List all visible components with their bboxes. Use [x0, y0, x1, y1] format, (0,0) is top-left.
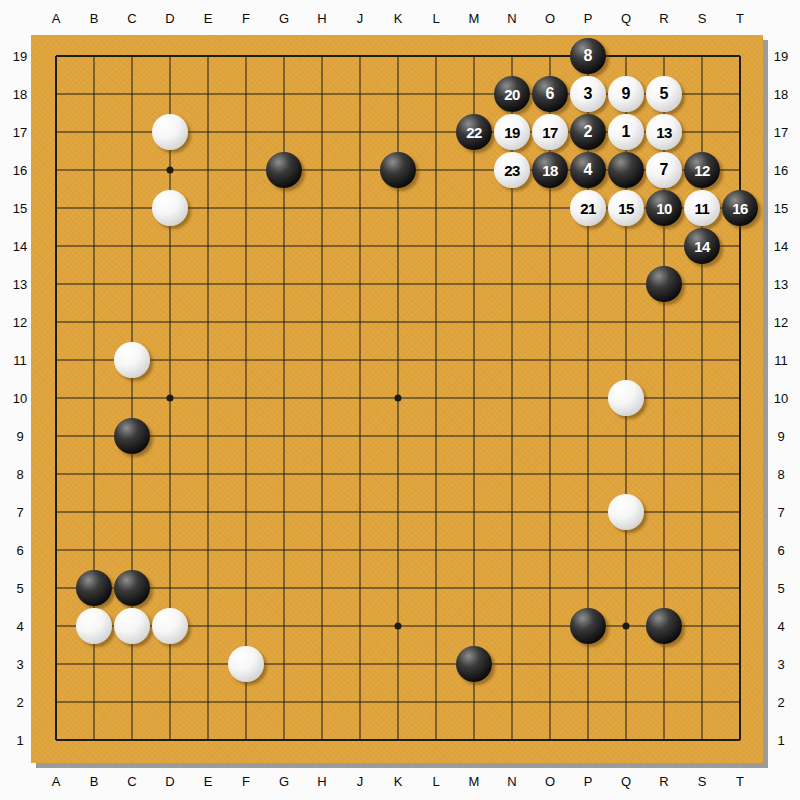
- intersection-M11[interactable]: [455, 341, 493, 379]
- intersection-D18[interactable]: [151, 75, 189, 113]
- intersection-O13[interactable]: [531, 265, 569, 303]
- intersection-B14[interactable]: [75, 227, 113, 265]
- intersection-D7[interactable]: [151, 493, 189, 531]
- intersection-E6[interactable]: [189, 531, 227, 569]
- intersection-R8[interactable]: [645, 455, 683, 493]
- intersection-R10[interactable]: [645, 379, 683, 417]
- intersection-S18[interactable]: [683, 75, 721, 113]
- intersection-S5[interactable]: [683, 569, 721, 607]
- intersection-M2[interactable]: [455, 683, 493, 721]
- intersection-O15[interactable]: [531, 189, 569, 227]
- intersection-B6[interactable]: [75, 531, 113, 569]
- intersection-N6[interactable]: [493, 531, 531, 569]
- intersection-C3[interactable]: [113, 645, 151, 683]
- intersection-N5[interactable]: [493, 569, 531, 607]
- intersection-Q4[interactable]: [607, 607, 645, 645]
- intersection-H13[interactable]: [303, 265, 341, 303]
- intersection-E2[interactable]: [189, 683, 227, 721]
- stone-white-D15[interactable]: [152, 190, 188, 226]
- intersection-G16[interactable]: [265, 151, 303, 189]
- intersection-K15[interactable]: [379, 189, 417, 227]
- intersection-A5[interactable]: [37, 569, 75, 607]
- intersection-E8[interactable]: [189, 455, 227, 493]
- intersection-K4[interactable]: [379, 607, 417, 645]
- intersection-R3[interactable]: [645, 645, 683, 683]
- intersection-G18[interactable]: [265, 75, 303, 113]
- intersection-B19[interactable]: [75, 37, 113, 75]
- intersection-G6[interactable]: [265, 531, 303, 569]
- intersection-N13[interactable]: [493, 265, 531, 303]
- intersection-C4[interactable]: [113, 607, 151, 645]
- intersection-O4[interactable]: [531, 607, 569, 645]
- intersection-E19[interactable]: [189, 37, 227, 75]
- intersection-K11[interactable]: [379, 341, 417, 379]
- intersection-N4[interactable]: [493, 607, 531, 645]
- intersection-Q19[interactable]: [607, 37, 645, 75]
- intersection-R1[interactable]: [645, 721, 683, 759]
- intersection-C19[interactable]: [113, 37, 151, 75]
- intersection-G17[interactable]: [265, 113, 303, 151]
- move-20-stone-black-N18[interactable]: 20: [494, 76, 530, 112]
- stone-black-C9[interactable]: [114, 418, 150, 454]
- intersection-T17[interactable]: [721, 113, 759, 151]
- intersection-J7[interactable]: [341, 493, 379, 531]
- intersection-M4[interactable]: [455, 607, 493, 645]
- intersection-H14[interactable]: [303, 227, 341, 265]
- intersection-J10[interactable]: [341, 379, 379, 417]
- intersection-M7[interactable]: [455, 493, 493, 531]
- intersection-Q3[interactable]: [607, 645, 645, 683]
- intersection-P14[interactable]: [569, 227, 607, 265]
- intersection-D6[interactable]: [151, 531, 189, 569]
- intersection-E9[interactable]: [189, 417, 227, 455]
- intersection-P16[interactable]: 4: [569, 151, 607, 189]
- intersection-N18[interactable]: 20: [493, 75, 531, 113]
- intersection-T1[interactable]: [721, 721, 759, 759]
- intersection-L12[interactable]: [417, 303, 455, 341]
- intersection-B13[interactable]: [75, 265, 113, 303]
- intersection-T8[interactable]: [721, 455, 759, 493]
- intersection-O14[interactable]: [531, 227, 569, 265]
- intersection-L10[interactable]: [417, 379, 455, 417]
- intersection-O12[interactable]: [531, 303, 569, 341]
- move-23-stone-white-N16[interactable]: 23: [494, 152, 530, 188]
- intersection-E16[interactable]: [189, 151, 227, 189]
- intersection-N10[interactable]: [493, 379, 531, 417]
- intersection-E15[interactable]: [189, 189, 227, 227]
- intersection-P11[interactable]: [569, 341, 607, 379]
- stone-black-R4[interactable]: [646, 608, 682, 644]
- intersection-F14[interactable]: [227, 227, 265, 265]
- intersection-G2[interactable]: [265, 683, 303, 721]
- intersection-R11[interactable]: [645, 341, 683, 379]
- intersection-L7[interactable]: [417, 493, 455, 531]
- intersection-D2[interactable]: [151, 683, 189, 721]
- intersection-A13[interactable]: [37, 265, 75, 303]
- intersection-R17[interactable]: 13: [645, 113, 683, 151]
- intersection-G4[interactable]: [265, 607, 303, 645]
- intersection-O7[interactable]: [531, 493, 569, 531]
- intersection-R6[interactable]: [645, 531, 683, 569]
- intersection-N3[interactable]: [493, 645, 531, 683]
- intersection-T15[interactable]: 16: [721, 189, 759, 227]
- intersection-D17[interactable]: [151, 113, 189, 151]
- intersection-Q2[interactable]: [607, 683, 645, 721]
- intersection-B7[interactable]: [75, 493, 113, 531]
- intersection-S10[interactable]: [683, 379, 721, 417]
- intersection-R13[interactable]: [645, 265, 683, 303]
- intersection-P13[interactable]: [569, 265, 607, 303]
- intersection-D14[interactable]: [151, 227, 189, 265]
- intersection-C5[interactable]: [113, 569, 151, 607]
- intersection-P15[interactable]: 21: [569, 189, 607, 227]
- intersection-G9[interactable]: [265, 417, 303, 455]
- intersection-H7[interactable]: [303, 493, 341, 531]
- move-10-stone-black-R15[interactable]: 10: [646, 190, 682, 226]
- move-11-stone-white-S15[interactable]: 11: [684, 190, 720, 226]
- intersection-C15[interactable]: [113, 189, 151, 227]
- move-21-stone-white-P15[interactable]: 21: [570, 190, 606, 226]
- intersection-J14[interactable]: [341, 227, 379, 265]
- intersection-A3[interactable]: [37, 645, 75, 683]
- intersection-G19[interactable]: [265, 37, 303, 75]
- intersection-E14[interactable]: [189, 227, 227, 265]
- intersection-N11[interactable]: [493, 341, 531, 379]
- move-12-stone-black-S16[interactable]: 12: [684, 152, 720, 188]
- intersection-A8[interactable]: [37, 455, 75, 493]
- intersection-F9[interactable]: [227, 417, 265, 455]
- intersection-R16[interactable]: 7: [645, 151, 683, 189]
- intersection-A12[interactable]: [37, 303, 75, 341]
- intersection-C18[interactable]: [113, 75, 151, 113]
- intersection-A4[interactable]: [37, 607, 75, 645]
- stone-white-C11[interactable]: [114, 342, 150, 378]
- intersection-O2[interactable]: [531, 683, 569, 721]
- intersection-B18[interactable]: [75, 75, 113, 113]
- intersection-D10[interactable]: [151, 379, 189, 417]
- intersection-R12[interactable]: [645, 303, 683, 341]
- intersection-D8[interactable]: [151, 455, 189, 493]
- intersection-K10[interactable]: [379, 379, 417, 417]
- move-9-stone-white-Q18[interactable]: 9: [608, 76, 644, 112]
- intersection-D5[interactable]: [151, 569, 189, 607]
- intersection-K18[interactable]: [379, 75, 417, 113]
- intersection-M19[interactable]: [455, 37, 493, 75]
- intersection-F17[interactable]: [227, 113, 265, 151]
- intersection-F19[interactable]: [227, 37, 265, 75]
- intersection-T7[interactable]: [721, 493, 759, 531]
- intersection-D16[interactable]: [151, 151, 189, 189]
- intersection-D15[interactable]: [151, 189, 189, 227]
- intersection-M6[interactable]: [455, 531, 493, 569]
- intersection-L17[interactable]: [417, 113, 455, 151]
- move-16-stone-black-T15[interactable]: 16: [722, 190, 758, 226]
- intersection-A2[interactable]: [37, 683, 75, 721]
- intersection-L19[interactable]: [417, 37, 455, 75]
- intersection-C6[interactable]: [113, 531, 151, 569]
- intersection-D3[interactable]: [151, 645, 189, 683]
- intersection-B2[interactable]: [75, 683, 113, 721]
- stone-black-R13[interactable]: [646, 266, 682, 302]
- intersection-A10[interactable]: [37, 379, 75, 417]
- intersection-L18[interactable]: [417, 75, 455, 113]
- intersection-F16[interactable]: [227, 151, 265, 189]
- move-1-stone-white-Q17[interactable]: 1: [608, 114, 644, 150]
- intersection-F1[interactable]: [227, 721, 265, 759]
- intersection-S16[interactable]: 12: [683, 151, 721, 189]
- intersection-C9[interactable]: [113, 417, 151, 455]
- intersection-H6[interactable]: [303, 531, 341, 569]
- intersection-G3[interactable]: [265, 645, 303, 683]
- intersection-M16[interactable]: [455, 151, 493, 189]
- intersection-L5[interactable]: [417, 569, 455, 607]
- intersection-P5[interactable]: [569, 569, 607, 607]
- intersection-J17[interactable]: [341, 113, 379, 151]
- intersection-C11[interactable]: [113, 341, 151, 379]
- intersection-M9[interactable]: [455, 417, 493, 455]
- move-22-stone-black-M17[interactable]: 22: [456, 114, 492, 150]
- intersection-H2[interactable]: [303, 683, 341, 721]
- intersection-J16[interactable]: [341, 151, 379, 189]
- move-3-stone-white-P18[interactable]: 3: [570, 76, 606, 112]
- intersection-A15[interactable]: [37, 189, 75, 227]
- stone-black-C5[interactable]: [114, 570, 150, 606]
- intersection-M14[interactable]: [455, 227, 493, 265]
- intersection-E5[interactable]: [189, 569, 227, 607]
- intersection-S1[interactable]: [683, 721, 721, 759]
- intersection-E11[interactable]: [189, 341, 227, 379]
- intersection-O5[interactable]: [531, 569, 569, 607]
- intersection-E17[interactable]: [189, 113, 227, 151]
- intersection-J8[interactable]: [341, 455, 379, 493]
- intersection-G13[interactable]: [265, 265, 303, 303]
- intersection-S6[interactable]: [683, 531, 721, 569]
- intersection-A14[interactable]: [37, 227, 75, 265]
- move-5-stone-white-R18[interactable]: 5: [646, 76, 682, 112]
- intersection-M13[interactable]: [455, 265, 493, 303]
- intersection-A1[interactable]: [37, 721, 75, 759]
- intersection-H11[interactable]: [303, 341, 341, 379]
- intersection-H19[interactable]: [303, 37, 341, 75]
- intersection-A6[interactable]: [37, 531, 75, 569]
- intersection-J11[interactable]: [341, 341, 379, 379]
- intersection-A19[interactable]: [37, 37, 75, 75]
- intersection-P10[interactable]: [569, 379, 607, 417]
- intersection-S17[interactable]: [683, 113, 721, 151]
- intersection-Q17[interactable]: 1: [607, 113, 645, 151]
- stone-white-C4[interactable]: [114, 608, 150, 644]
- intersection-C7[interactable]: [113, 493, 151, 531]
- intersection-H12[interactable]: [303, 303, 341, 341]
- intersection-Q7[interactable]: [607, 493, 645, 531]
- move-6-stone-black-O18[interactable]: 6: [532, 76, 568, 112]
- stone-white-Q10[interactable]: [608, 380, 644, 416]
- intersection-T12[interactable]: [721, 303, 759, 341]
- intersection-L1[interactable]: [417, 721, 455, 759]
- intersection-L13[interactable]: [417, 265, 455, 303]
- stone-black-K16[interactable]: [380, 152, 416, 188]
- intersection-J1[interactable]: [341, 721, 379, 759]
- intersection-N17[interactable]: 19: [493, 113, 531, 151]
- intersection-G5[interactable]: [265, 569, 303, 607]
- intersection-J2[interactable]: [341, 683, 379, 721]
- intersection-T2[interactable]: [721, 683, 759, 721]
- intersection-G10[interactable]: [265, 379, 303, 417]
- intersection-E3[interactable]: [189, 645, 227, 683]
- intersection-N16[interactable]: 23: [493, 151, 531, 189]
- stone-black-P4[interactable]: [570, 608, 606, 644]
- intersection-K7[interactable]: [379, 493, 417, 531]
- intersection-L3[interactable]: [417, 645, 455, 683]
- stone-black-G16[interactable]: [266, 152, 302, 188]
- intersection-R15[interactable]: 10: [645, 189, 683, 227]
- intersection-J19[interactable]: [341, 37, 379, 75]
- intersection-O6[interactable]: [531, 531, 569, 569]
- intersection-B12[interactable]: [75, 303, 113, 341]
- intersection-O8[interactable]: [531, 455, 569, 493]
- intersection-Q11[interactable]: [607, 341, 645, 379]
- intersection-C16[interactable]: [113, 151, 151, 189]
- intersection-C10[interactable]: [113, 379, 151, 417]
- intersection-S9[interactable]: [683, 417, 721, 455]
- intersection-F4[interactable]: [227, 607, 265, 645]
- intersection-B4[interactable]: [75, 607, 113, 645]
- intersection-P1[interactable]: [569, 721, 607, 759]
- intersection-N2[interactable]: [493, 683, 531, 721]
- intersection-O10[interactable]: [531, 379, 569, 417]
- intersection-L8[interactable]: [417, 455, 455, 493]
- intersection-J18[interactable]: [341, 75, 379, 113]
- intersection-T13[interactable]: [721, 265, 759, 303]
- stone-black-Q16[interactable]: [608, 152, 644, 188]
- intersection-G8[interactable]: [265, 455, 303, 493]
- intersection-O3[interactable]: [531, 645, 569, 683]
- intersection-T11[interactable]: [721, 341, 759, 379]
- intersection-S19[interactable]: [683, 37, 721, 75]
- intersection-N19[interactable]: [493, 37, 531, 75]
- intersection-R9[interactable]: [645, 417, 683, 455]
- intersection-B11[interactable]: [75, 341, 113, 379]
- intersection-C8[interactable]: [113, 455, 151, 493]
- intersection-J6[interactable]: [341, 531, 379, 569]
- intersection-B8[interactable]: [75, 455, 113, 493]
- intersection-E4[interactable]: [189, 607, 227, 645]
- intersection-N7[interactable]: [493, 493, 531, 531]
- intersection-T16[interactable]: [721, 151, 759, 189]
- intersection-H4[interactable]: [303, 607, 341, 645]
- intersection-S4[interactable]: [683, 607, 721, 645]
- intersection-O16[interactable]: 18: [531, 151, 569, 189]
- intersection-J13[interactable]: [341, 265, 379, 303]
- intersection-O1[interactable]: [531, 721, 569, 759]
- intersection-B16[interactable]: [75, 151, 113, 189]
- intersection-Q8[interactable]: [607, 455, 645, 493]
- intersection-O19[interactable]: [531, 37, 569, 75]
- intersection-J3[interactable]: [341, 645, 379, 683]
- intersection-R19[interactable]: [645, 37, 683, 75]
- intersection-N12[interactable]: [493, 303, 531, 341]
- intersection-B15[interactable]: [75, 189, 113, 227]
- intersection-M1[interactable]: [455, 721, 493, 759]
- intersection-C13[interactable]: [113, 265, 151, 303]
- intersection-K13[interactable]: [379, 265, 417, 303]
- intersection-M3[interactable]: [455, 645, 493, 683]
- intersection-L4[interactable]: [417, 607, 455, 645]
- intersection-R14[interactable]: [645, 227, 683, 265]
- intersection-K12[interactable]: [379, 303, 417, 341]
- intersection-F6[interactable]: [227, 531, 265, 569]
- intersection-F3[interactable]: [227, 645, 265, 683]
- intersection-P19[interactable]: 8: [569, 37, 607, 75]
- intersection-H18[interactable]: [303, 75, 341, 113]
- intersection-B1[interactable]: [75, 721, 113, 759]
- intersection-M12[interactable]: [455, 303, 493, 341]
- intersection-H15[interactable]: [303, 189, 341, 227]
- intersection-E13[interactable]: [189, 265, 227, 303]
- intersection-M5[interactable]: [455, 569, 493, 607]
- intersection-L6[interactable]: [417, 531, 455, 569]
- intersection-P4[interactable]: [569, 607, 607, 645]
- intersection-N14[interactable]: [493, 227, 531, 265]
- intersection-Q18[interactable]: 9: [607, 75, 645, 113]
- intersection-N15[interactable]: [493, 189, 531, 227]
- intersection-P9[interactable]: [569, 417, 607, 455]
- intersection-Q12[interactable]: [607, 303, 645, 341]
- intersection-T18[interactable]: [721, 75, 759, 113]
- intersection-A7[interactable]: [37, 493, 75, 531]
- move-18-stone-black-O16[interactable]: 18: [532, 152, 568, 188]
- intersection-Q5[interactable]: [607, 569, 645, 607]
- intersection-A16[interactable]: [37, 151, 75, 189]
- intersection-C1[interactable]: [113, 721, 151, 759]
- intersection-M8[interactable]: [455, 455, 493, 493]
- intersection-K17[interactable]: [379, 113, 417, 151]
- intersection-E18[interactable]: [189, 75, 227, 113]
- intersection-F7[interactable]: [227, 493, 265, 531]
- intersection-P12[interactable]: [569, 303, 607, 341]
- intersection-E12[interactable]: [189, 303, 227, 341]
- intersection-D1[interactable]: [151, 721, 189, 759]
- intersection-F5[interactable]: [227, 569, 265, 607]
- move-8-stone-black-P19[interactable]: 8: [570, 38, 606, 74]
- intersection-L2[interactable]: [417, 683, 455, 721]
- intersection-B10[interactable]: [75, 379, 113, 417]
- intersection-J15[interactable]: [341, 189, 379, 227]
- intersection-G15[interactable]: [265, 189, 303, 227]
- intersection-R7[interactable]: [645, 493, 683, 531]
- intersection-H10[interactable]: [303, 379, 341, 417]
- intersection-T5[interactable]: [721, 569, 759, 607]
- intersection-C14[interactable]: [113, 227, 151, 265]
- stone-white-D4[interactable]: [152, 608, 188, 644]
- intersection-F13[interactable]: [227, 265, 265, 303]
- move-7-stone-white-R16[interactable]: 7: [646, 152, 682, 188]
- intersection-J5[interactable]: [341, 569, 379, 607]
- intersection-K1[interactable]: [379, 721, 417, 759]
- intersection-F12[interactable]: [227, 303, 265, 341]
- intersection-N8[interactable]: [493, 455, 531, 493]
- intersection-C17[interactable]: [113, 113, 151, 151]
- intersection-P6[interactable]: [569, 531, 607, 569]
- intersection-D13[interactable]: [151, 265, 189, 303]
- intersection-N9[interactable]: [493, 417, 531, 455]
- intersection-Q15[interactable]: 15: [607, 189, 645, 227]
- intersection-L11[interactable]: [417, 341, 455, 379]
- intersection-S15[interactable]: 11: [683, 189, 721, 227]
- intersection-S7[interactable]: [683, 493, 721, 531]
- intersection-S12[interactable]: [683, 303, 721, 341]
- intersection-T3[interactable]: [721, 645, 759, 683]
